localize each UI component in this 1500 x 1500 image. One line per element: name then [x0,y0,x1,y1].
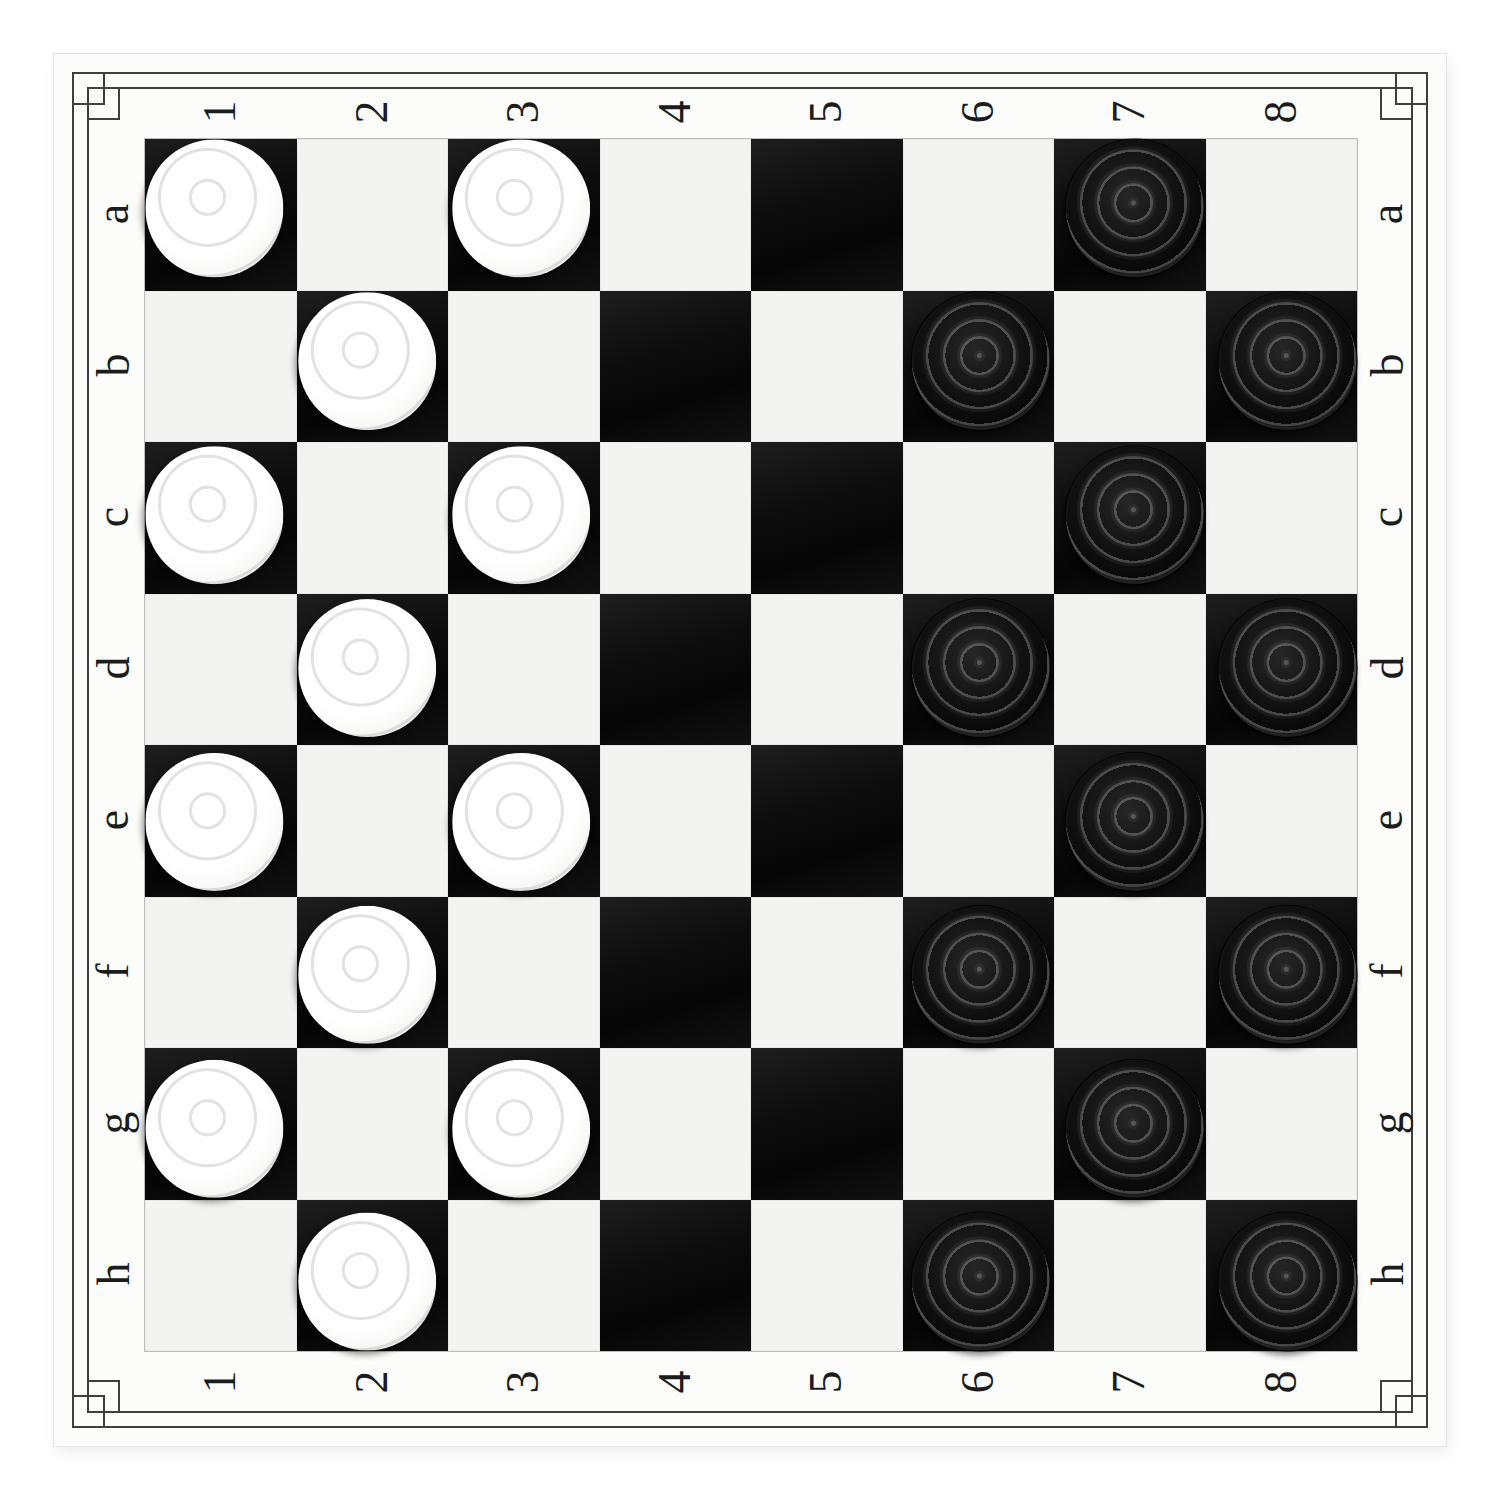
square-b6[interactable] [903,291,1055,443]
label-top-5: 5 [803,101,849,124]
square-g3[interactable] [448,1048,600,1200]
black-checker[interactable] [1066,753,1204,891]
square-b8[interactable] [1206,291,1358,443]
label-right-e: e [1364,810,1410,830]
square-a8[interactable] [1206,139,1358,291]
label-right-c: c [1364,507,1410,527]
square-b2[interactable] [297,291,449,443]
white-checker[interactable] [298,906,436,1044]
white-checker[interactable] [145,139,283,277]
square-b5[interactable] [751,291,903,443]
label-bottom-2: 2 [348,1371,394,1394]
label-bottom-7: 7 [1106,1371,1152,1394]
black-checker[interactable] [1066,446,1204,584]
square-g4[interactable] [600,1048,752,1200]
black-checker[interactable] [912,292,1050,430]
square-b7[interactable] [1054,291,1206,443]
square-c5[interactable] [751,442,903,594]
label-left-h: h [90,1263,136,1286]
square-d4[interactable] [600,594,752,746]
white-checker[interactable] [145,753,283,891]
black-checker[interactable] [912,1213,1050,1351]
square-e5[interactable] [751,745,903,897]
square-h5[interactable] [751,1200,903,1352]
black-checker[interactable] [1066,1060,1204,1198]
label-right-h: h [1364,1263,1410,1286]
board-photo: 12345678 12345678 abcdefgh abcdefgh [0,0,1500,1500]
corner-ornament-bottom-left-inner [87,1380,120,1413]
label-left-g: g [90,1111,136,1134]
square-d1[interactable] [145,594,297,746]
label-right-b: b [1364,354,1410,377]
label-top-8: 8 [1257,101,1303,124]
label-bottom-8: 8 [1257,1371,1303,1394]
square-a7[interactable] [1054,139,1206,291]
square-e6[interactable] [903,745,1055,897]
square-g1[interactable] [145,1048,297,1200]
label-left-f: f [90,964,136,979]
square-a1[interactable] [145,139,297,291]
square-c4[interactable] [600,442,752,594]
square-e1[interactable] [145,745,297,897]
black-checker[interactable] [912,599,1050,737]
black-checker[interactable] [1219,292,1357,430]
label-top-7: 7 [1106,101,1152,124]
square-c8[interactable] [1206,442,1358,594]
square-d2[interactable] [297,594,449,746]
square-b3[interactable] [448,291,600,443]
square-e2[interactable] [297,745,449,897]
bottom-number-labels: 12345678 [144,1352,1356,1412]
white-checker[interactable] [452,1060,590,1198]
white-checker[interactable] [298,1213,436,1351]
square-f7[interactable] [1054,897,1206,1049]
white-checker[interactable] [452,139,590,277]
square-c1[interactable] [145,442,297,594]
top-number-labels: 12345678 [144,86,1356,138]
white-checker[interactable] [145,446,283,584]
board [144,138,1358,1352]
square-b1[interactable] [145,291,297,443]
square-d6[interactable] [903,594,1055,746]
square-h6[interactable] [903,1200,1055,1352]
square-f4[interactable] [600,897,752,1049]
label-right-a: a [1364,204,1410,224]
square-e7[interactable] [1054,745,1206,897]
square-h2[interactable] [297,1200,449,1352]
square-h1[interactable] [145,1200,297,1352]
square-d8[interactable] [1206,594,1358,746]
square-c7[interactable] [1054,442,1206,594]
square-e8[interactable] [1206,745,1358,897]
square-b4[interactable] [600,291,752,443]
label-left-b: b [90,354,136,377]
square-g5[interactable] [751,1048,903,1200]
label-top-6: 6 [954,101,1000,124]
label-right-d: d [1364,657,1410,680]
white-checker[interactable] [145,1060,283,1198]
square-f8[interactable] [1206,897,1358,1049]
square-f2[interactable] [297,897,449,1049]
label-bottom-3: 3 [500,1371,546,1394]
square-f5[interactable] [751,897,903,1049]
white-checker[interactable] [452,446,590,584]
white-checker[interactable] [298,599,436,737]
square-d5[interactable] [751,594,903,746]
label-bottom-6: 6 [954,1371,1000,1394]
square-a6[interactable] [903,139,1055,291]
square-a4[interactable] [600,139,752,291]
square-c2[interactable] [297,442,449,594]
label-top-3: 3 [500,101,546,124]
label-top-4: 4 [651,101,697,124]
label-right-f: f [1364,964,1410,979]
black-checker[interactable] [1219,906,1357,1044]
left-letter-labels: abcdefgh [86,138,140,1350]
corner-ornament-top-left-inner [87,87,120,120]
square-f1[interactable] [145,897,297,1049]
square-h4[interactable] [600,1200,752,1352]
square-d7[interactable] [1054,594,1206,746]
square-h8[interactable] [1206,1200,1358,1352]
label-right-g: g [1364,1111,1410,1134]
square-g7[interactable] [1054,1048,1206,1200]
square-e4[interactable] [600,745,752,897]
square-a3[interactable] [448,139,600,291]
black-checker[interactable] [912,906,1050,1044]
label-top-1: 1 [197,101,243,124]
square-a5[interactable] [751,139,903,291]
square-g2[interactable] [297,1048,449,1200]
black-checker[interactable] [1219,1213,1357,1351]
corner-ornament-bottom-right-inner [1380,1380,1413,1413]
square-e3[interactable] [448,745,600,897]
black-checker[interactable] [1219,599,1357,737]
square-c6[interactable] [903,442,1055,594]
label-bottom-4: 4 [651,1371,697,1394]
black-checker[interactable] [1066,139,1204,277]
square-f6[interactable] [903,897,1055,1049]
label-left-c: c [90,507,136,527]
white-checker[interactable] [298,292,436,430]
square-g8[interactable] [1206,1048,1358,1200]
square-h3[interactable] [448,1200,600,1352]
square-f3[interactable] [448,897,600,1049]
corner-ornament-top-right-inner [1380,87,1413,120]
square-h7[interactable] [1054,1200,1206,1352]
label-top-2: 2 [348,101,394,124]
right-letter-labels: abcdefgh [1360,138,1414,1350]
square-d3[interactable] [448,594,600,746]
square-a2[interactable] [297,139,449,291]
white-checker[interactable] [452,753,590,891]
square-g6[interactable] [903,1048,1055,1200]
label-bottom-1: 1 [197,1371,243,1394]
label-left-e: e [90,810,136,830]
label-bottom-5: 5 [803,1371,849,1394]
square-c3[interactable] [448,442,600,594]
label-left-d: d [90,657,136,680]
label-left-a: a [90,204,136,224]
